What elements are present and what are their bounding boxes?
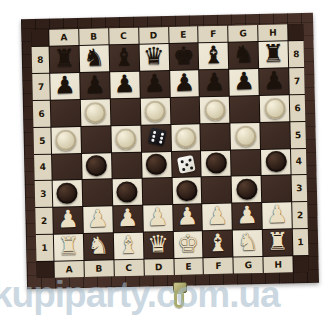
checker-dark[interactable]	[176, 180, 197, 201]
rank-label-right-8: 8	[289, 41, 305, 67]
piece-black-pawn[interactable]: ♟	[54, 75, 76, 97]
die-white[interactable]	[177, 155, 196, 174]
rank-label-right-5: 5	[290, 122, 306, 148]
square-d1[interactable]: ♛	[143, 232, 172, 259]
square-f4[interactable]	[201, 150, 230, 177]
rank-label-left-2: 2	[35, 208, 53, 234]
checker-white[interactable]	[175, 126, 196, 147]
square-g1[interactable]: ♞	[233, 230, 262, 257]
square-e6[interactable]	[170, 97, 199, 124]
piece-black-rook[interactable]: ♜	[53, 48, 75, 70]
square-e4[interactable]	[172, 151, 201, 178]
checker-white[interactable]	[115, 128, 136, 149]
rank-label-right-4: 4	[291, 148, 307, 174]
square-h1[interactable]: ♜	[263, 229, 292, 256]
piece-white-rook[interactable]: ♜	[58, 236, 80, 258]
square-h2[interactable]: ♟	[262, 203, 291, 230]
piece-white-pawn[interactable]: ♟	[266, 205, 288, 227]
checker-white[interactable]	[85, 102, 106, 123]
file-label-top-g: G	[228, 25, 257, 42]
square-f1[interactable]: ♝	[203, 231, 232, 258]
square-d5[interactable]	[141, 125, 170, 152]
square-d3[interactable]	[142, 178, 171, 205]
square-f3[interactable]	[202, 177, 231, 204]
square-d4[interactable]	[142, 151, 171, 178]
square-d6[interactable]	[140, 98, 169, 125]
piece-black-bishop[interactable]: ♝	[113, 47, 135, 69]
rank-label-left-5: 5	[33, 127, 51, 153]
square-a8[interactable]: ♜	[50, 46, 79, 73]
board-grid: ABCDEFGH8♜♞♝♛♚♝♞♜87♟♟♟♟♟♟♟♟7665544332♟♟♟…	[31, 24, 309, 278]
checker-white[interactable]	[204, 99, 225, 120]
square-c8[interactable]: ♝	[109, 45, 138, 72]
checker-dark[interactable]	[146, 154, 167, 175]
piece-white-pawn[interactable]: ♟	[147, 207, 169, 229]
square-a3[interactable]	[53, 180, 82, 207]
square-b8[interactable]: ♞	[79, 45, 108, 72]
square-a5[interactable]	[51, 127, 80, 154]
file-label-top-f: F	[199, 26, 228, 43]
square-b4[interactable]	[82, 153, 111, 180]
file-label-top-d: D	[139, 27, 168, 44]
square-d8[interactable]: ♛	[139, 44, 168, 71]
square-h3[interactable]	[262, 176, 291, 203]
square-f8[interactable]: ♝	[199, 43, 228, 70]
square-d2[interactable]: ♟	[143, 205, 172, 232]
piece-black-pawn[interactable]: ♟	[203, 72, 225, 94]
checker-white[interactable]	[264, 98, 285, 119]
piece-white-king[interactable]: ♚	[177, 234, 199, 256]
rank-label-left-6: 6	[33, 100, 51, 126]
square-h7[interactable]: ♟	[259, 68, 288, 95]
piece-black-pawn[interactable]: ♟	[144, 73, 166, 95]
piece-white-queen[interactable]: ♛	[147, 234, 169, 256]
chess-board: ABCDEFGH8♜♞♝♛♚♝♞♜87♟♟♟♟♟♟♟♟7665544332♟♟♟…	[21, 13, 319, 290]
square-a2[interactable]: ♟	[53, 207, 82, 234]
piece-white-bishop[interactable]: ♝	[117, 235, 139, 257]
square-b5[interactable]	[81, 126, 110, 153]
square-e8[interactable]: ♚	[169, 43, 198, 70]
square-a7[interactable]: ♟	[50, 73, 79, 100]
file-label-top-c: C	[109, 28, 138, 45]
file-label-top-b: B	[79, 28, 108, 45]
file-label-bottom-g: G	[234, 257, 263, 274]
square-e5[interactable]	[171, 124, 200, 151]
rank-label-right-3: 3	[292, 175, 308, 201]
rank-label-left-7: 7	[32, 74, 50, 100]
square-g7[interactable]: ♟	[229, 69, 258, 96]
square-f7[interactable]: ♟	[200, 70, 229, 97]
square-c6[interactable]	[111, 98, 140, 125]
piece-black-king[interactable]: ♚	[173, 46, 195, 68]
checker-white[interactable]	[55, 129, 76, 150]
piece-black-pawn[interactable]: ♟	[173, 72, 195, 94]
rank-label-left-8: 8	[32, 47, 50, 73]
frame-corner	[293, 256, 308, 272]
rank-label-left-3: 3	[35, 181, 53, 207]
piece-black-pawn[interactable]: ♟	[233, 71, 255, 93]
checker-dark[interactable]	[116, 182, 137, 203]
file-label-bottom-f: F	[204, 258, 233, 275]
square-d7[interactable]: ♟	[140, 71, 169, 98]
piece-white-pawn[interactable]: ♟	[57, 209, 79, 231]
square-a6[interactable]	[51, 100, 80, 127]
rank-label-right-2: 2	[292, 202, 308, 228]
square-h4[interactable]	[261, 149, 290, 176]
piece-black-pawn[interactable]: ♟	[263, 70, 285, 92]
file-label-bottom-h: H	[264, 256, 293, 273]
square-f5[interactable]	[201, 123, 230, 150]
checker-white[interactable]	[144, 100, 165, 121]
file-label-top-h: H	[258, 24, 287, 41]
square-c1[interactable]: ♝	[114, 233, 143, 260]
square-b7[interactable]: ♟	[80, 72, 109, 99]
square-f6[interactable]	[200, 96, 229, 123]
square-g4[interactable]	[231, 149, 260, 176]
checker-dark[interactable]	[86, 155, 107, 176]
piece-black-bishop[interactable]: ♝	[203, 45, 225, 67]
frame-corner	[288, 24, 303, 40]
rank-label-right-1: 1	[293, 229, 309, 255]
square-c2[interactable]: ♟	[113, 206, 142, 233]
piece-white-pawn[interactable]: ♟	[206, 206, 228, 228]
frame-corner	[31, 30, 48, 46]
square-a1[interactable]: ♜	[54, 234, 83, 261]
checker-dark[interactable]	[205, 153, 226, 174]
piece-white-pawn[interactable]: ♟	[87, 209, 109, 231]
square-g2[interactable]: ♟	[232, 203, 261, 230]
square-g6[interactable]	[230, 96, 259, 123]
piece-white-rook[interactable]: ♜	[267, 232, 289, 254]
piece-black-rook[interactable]: ♜	[262, 44, 284, 66]
rank-label-left-4: 4	[34, 154, 52, 180]
piece-white-pawn[interactable]: ♟	[176, 207, 198, 229]
piece-white-knight[interactable]: ♞	[237, 232, 259, 254]
square-b1[interactable]: ♞	[84, 233, 113, 260]
square-h5[interactable]	[261, 122, 290, 149]
square-g5[interactable]	[231, 123, 260, 150]
checker-dark[interactable]	[57, 183, 78, 204]
square-c5[interactable]	[111, 125, 140, 152]
file-label-bottom-e: E	[174, 258, 203, 275]
piece-black-pawn[interactable]: ♟	[84, 74, 106, 96]
rank-label-right-6: 6	[290, 95, 306, 121]
square-b2[interactable]: ♟	[83, 207, 112, 234]
square-h6[interactable]	[260, 95, 289, 122]
square-e3[interactable]	[172, 178, 201, 205]
square-c3[interactable]	[112, 179, 141, 206]
square-g3[interactable]	[232, 176, 261, 203]
square-h8[interactable]: ♜	[259, 41, 288, 68]
die-black[interactable]	[148, 127, 167, 146]
rank-label-right-7: 7	[289, 68, 305, 94]
piece-black-knight[interactable]: ♞	[83, 48, 105, 70]
piece-white-bishop[interactable]: ♝	[207, 233, 229, 255]
square-f2[interactable]: ♟	[203, 204, 232, 231]
piece-black-knight[interactable]: ♞	[233, 44, 255, 66]
square-g8[interactable]: ♞	[229, 42, 258, 69]
rank-label-left-1: 1	[36, 235, 54, 261]
checker-dark[interactable]	[265, 151, 286, 172]
square-c4[interactable]	[112, 152, 141, 179]
square-e7[interactable]: ♟	[170, 70, 199, 97]
checker-white[interactable]	[235, 125, 256, 146]
piece-black-queen[interactable]: ♛	[143, 46, 165, 68]
file-label-top-a: A	[49, 29, 78, 46]
square-a4[interactable]	[52, 154, 81, 181]
piece-white-pawn[interactable]: ♟	[117, 208, 139, 230]
piece-black-pawn[interactable]: ♟	[114, 74, 136, 96]
square-b6[interactable]	[81, 99, 110, 126]
file-label-top-e: E	[169, 26, 198, 43]
square-e2[interactable]: ♟	[173, 205, 202, 232]
piece-white-pawn[interactable]: ♟	[236, 205, 258, 227]
watermark: kupiparty.com.ua	[0, 274, 330, 316]
square-e1[interactable]: ♚	[173, 231, 202, 258]
square-c7[interactable]: ♟	[110, 72, 139, 99]
square-b3[interactable]	[83, 180, 112, 207]
checker-dark[interactable]	[236, 179, 257, 200]
piece-white-knight[interactable]: ♞	[87, 236, 109, 258]
